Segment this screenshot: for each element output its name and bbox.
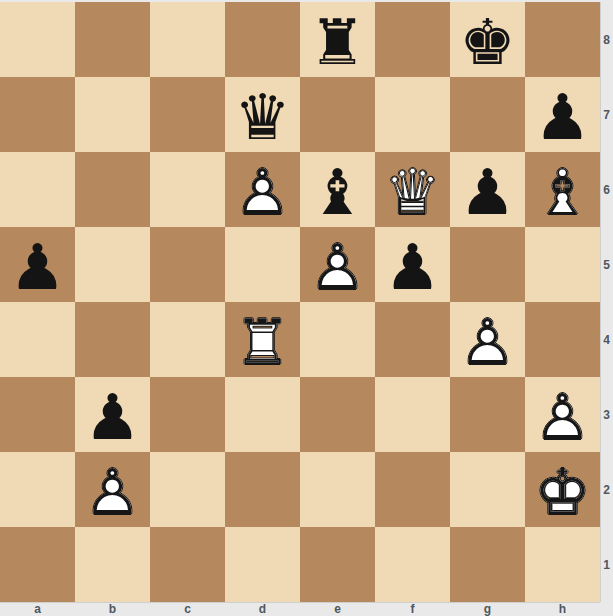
white-pawn[interactable]: ♟♙ bbox=[234, 161, 290, 224]
rank-label-1: 1 bbox=[600, 527, 613, 602]
square-h4[interactable] bbox=[525, 302, 600, 377]
square-e8[interactable]: ♜ bbox=[300, 2, 375, 77]
piece-outline-glyph: ♗ bbox=[534, 161, 590, 224]
white-pawn[interactable]: ♟♙ bbox=[84, 461, 140, 524]
piece-glyph: ♟ bbox=[534, 86, 590, 149]
rank-label-2: 2 bbox=[600, 452, 613, 527]
black-pawn[interactable]: ♟ bbox=[534, 86, 590, 149]
piece-glyph: ♟ bbox=[84, 386, 140, 449]
black-pawn[interactable]: ♟ bbox=[9, 236, 65, 299]
square-c5[interactable] bbox=[150, 227, 225, 302]
black-pawn[interactable]: ♟ bbox=[384, 236, 440, 299]
square-a3[interactable] bbox=[0, 377, 75, 452]
square-b4[interactable] bbox=[75, 302, 150, 377]
square-c1[interactable] bbox=[150, 527, 225, 602]
square-c4[interactable] bbox=[150, 302, 225, 377]
square-a4[interactable] bbox=[0, 302, 75, 377]
square-f7[interactable] bbox=[375, 77, 450, 152]
square-b5[interactable] bbox=[75, 227, 150, 302]
square-g3[interactable] bbox=[450, 377, 525, 452]
square-d5[interactable] bbox=[225, 227, 300, 302]
rank-label-8: 8 bbox=[600, 2, 613, 77]
square-c2[interactable] bbox=[150, 452, 225, 527]
file-label-g: g bbox=[450, 602, 525, 616]
chess-board-page: ♜♚♛♟♟♙♝♛♕♟♝♗♟♟♙♟♜♖♟♙♟♟♙♟♙♚♔ 87654321 abc… bbox=[0, 0, 613, 616]
white-bishop[interactable]: ♝♗ bbox=[534, 161, 590, 224]
square-f8[interactable] bbox=[375, 2, 450, 77]
square-g4[interactable]: ♟♙ bbox=[450, 302, 525, 377]
white-rook[interactable]: ♜♖ bbox=[234, 311, 290, 374]
square-a6[interactable] bbox=[0, 152, 75, 227]
square-d6[interactable]: ♟♙ bbox=[225, 152, 300, 227]
piece-glyph: ♚ bbox=[459, 11, 515, 74]
square-g5[interactable] bbox=[450, 227, 525, 302]
square-e5[interactable]: ♟♙ bbox=[300, 227, 375, 302]
square-e4[interactable] bbox=[300, 302, 375, 377]
rank-labels: 87654321 bbox=[600, 2, 613, 602]
square-h1[interactable] bbox=[525, 527, 600, 602]
square-h5[interactable] bbox=[525, 227, 600, 302]
piece-glyph: ♟ bbox=[384, 236, 440, 299]
square-b1[interactable] bbox=[75, 527, 150, 602]
black-king[interactable]: ♚ bbox=[459, 11, 515, 74]
square-e3[interactable] bbox=[300, 377, 375, 452]
square-h2[interactable]: ♚♔ bbox=[525, 452, 600, 527]
piece-outline-glyph: ♙ bbox=[234, 161, 290, 224]
square-a7[interactable] bbox=[0, 77, 75, 152]
square-b2[interactable]: ♟♙ bbox=[75, 452, 150, 527]
square-b6[interactable] bbox=[75, 152, 150, 227]
piece-outline-glyph: ♕ bbox=[384, 161, 440, 224]
square-e6[interactable]: ♝ bbox=[300, 152, 375, 227]
square-f6[interactable]: ♛♕ bbox=[375, 152, 450, 227]
square-g8[interactable]: ♚ bbox=[450, 2, 525, 77]
black-pawn[interactable]: ♟ bbox=[459, 161, 515, 224]
square-d1[interactable] bbox=[225, 527, 300, 602]
piece-outline-glyph: ♙ bbox=[84, 461, 140, 524]
rank-label-5: 5 bbox=[600, 227, 613, 302]
piece-outline-glyph: ♙ bbox=[459, 311, 515, 374]
rank-label-4: 4 bbox=[600, 302, 613, 377]
file-label-e: e bbox=[300, 602, 375, 616]
square-d8[interactable] bbox=[225, 2, 300, 77]
square-h6[interactable]: ♝♗ bbox=[525, 152, 600, 227]
white-queen[interactable]: ♛♕ bbox=[384, 161, 440, 224]
piece-glyph: ♟ bbox=[459, 161, 515, 224]
black-queen[interactable]: ♛ bbox=[234, 86, 290, 149]
rank-label-6: 6 bbox=[600, 152, 613, 227]
square-f2[interactable] bbox=[375, 452, 450, 527]
square-e2[interactable] bbox=[300, 452, 375, 527]
square-a1[interactable] bbox=[0, 527, 75, 602]
square-b7[interactable] bbox=[75, 77, 150, 152]
file-label-a: a bbox=[0, 602, 75, 616]
square-e7[interactable] bbox=[300, 77, 375, 152]
piece-glyph: ♟ bbox=[9, 236, 65, 299]
white-pawn[interactable]: ♟♙ bbox=[309, 236, 365, 299]
file-label-h: h bbox=[525, 602, 600, 616]
white-pawn[interactable]: ♟♙ bbox=[459, 311, 515, 374]
square-e1[interactable] bbox=[300, 527, 375, 602]
rank-label-3: 3 bbox=[600, 377, 613, 452]
square-f4[interactable] bbox=[375, 302, 450, 377]
piece-outline-glyph: ♔ bbox=[534, 461, 590, 524]
square-g7[interactable] bbox=[450, 77, 525, 152]
square-f3[interactable] bbox=[375, 377, 450, 452]
square-c6[interactable] bbox=[150, 152, 225, 227]
square-h8[interactable] bbox=[525, 2, 600, 77]
file-label-f: f bbox=[375, 602, 450, 616]
square-a2[interactable] bbox=[0, 452, 75, 527]
square-c7[interactable] bbox=[150, 77, 225, 152]
piece-glyph: ♜ bbox=[309, 11, 365, 74]
square-f5[interactable]: ♟ bbox=[375, 227, 450, 302]
square-h3[interactable]: ♟♙ bbox=[525, 377, 600, 452]
square-c3[interactable] bbox=[150, 377, 225, 452]
square-c8[interactable] bbox=[150, 2, 225, 77]
chess-board: ♜♚♛♟♟♙♝♛♕♟♝♗♟♟♙♟♜♖♟♙♟♟♙♟♙♚♔ bbox=[0, 2, 600, 602]
square-f1[interactable] bbox=[375, 527, 450, 602]
file-labels: abcdefgh bbox=[0, 602, 600, 616]
square-b8[interactable] bbox=[75, 2, 150, 77]
square-h7[interactable]: ♟ bbox=[525, 77, 600, 152]
file-label-b: b bbox=[75, 602, 150, 616]
square-g6[interactable]: ♟ bbox=[450, 152, 525, 227]
black-bishop[interactable]: ♝ bbox=[309, 161, 365, 224]
square-d7[interactable]: ♛ bbox=[225, 77, 300, 152]
square-g2[interactable] bbox=[450, 452, 525, 527]
file-label-c: c bbox=[150, 602, 225, 616]
square-d3[interactable] bbox=[225, 377, 300, 452]
rank-label-7: 7 bbox=[600, 77, 613, 152]
square-d2[interactable] bbox=[225, 452, 300, 527]
square-b3[interactable]: ♟ bbox=[75, 377, 150, 452]
piece-glyph: ♝ bbox=[309, 161, 365, 224]
square-a8[interactable] bbox=[0, 2, 75, 77]
piece-outline-glyph: ♙ bbox=[534, 386, 590, 449]
square-d4[interactable]: ♜♖ bbox=[225, 302, 300, 377]
black-rook[interactable]: ♜ bbox=[309, 11, 365, 74]
square-a5[interactable]: ♟ bbox=[0, 227, 75, 302]
file-label-d: d bbox=[225, 602, 300, 616]
black-pawn[interactable]: ♟ bbox=[84, 386, 140, 449]
white-pawn[interactable]: ♟♙ bbox=[534, 386, 590, 449]
piece-glyph: ♛ bbox=[234, 86, 290, 149]
white-king[interactable]: ♚♔ bbox=[534, 461, 590, 524]
piece-outline-glyph: ♙ bbox=[309, 236, 365, 299]
piece-outline-glyph: ♖ bbox=[234, 311, 290, 374]
square-g1[interactable] bbox=[450, 527, 525, 602]
